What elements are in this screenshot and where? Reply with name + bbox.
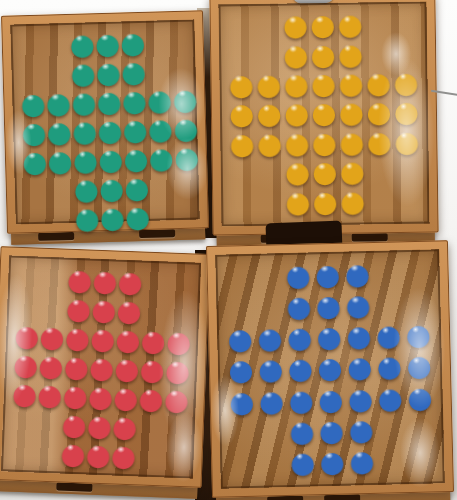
non-playable-cell	[149, 173, 175, 203]
hole: ●	[256, 129, 284, 159]
hole: ●	[316, 415, 346, 447]
peg-blue[interactable]: ●	[227, 325, 253, 355]
peg-yellow[interactable]: ●	[311, 70, 337, 99]
hole: ●	[284, 292, 314, 324]
non-playable-cell	[376, 414, 406, 446]
hole: ●	[337, 40, 365, 70]
hole: ●	[338, 128, 366, 158]
peg-blue[interactable]: ●	[406, 352, 432, 382]
peg-green[interactable]: ●	[99, 203, 125, 233]
board-face: ●●●●●●●●●●●●●●●●●●●●●●●●●●●●●●●●●	[1, 255, 201, 478]
peg-blue[interactable]: ●	[348, 416, 374, 446]
peg-blue[interactable]: ●	[257, 325, 283, 355]
hole: ●	[316, 384, 346, 416]
peg-blue[interactable]: ●	[289, 417, 315, 447]
peg-blue[interactable]: ●	[376, 353, 402, 383]
hole: ●	[283, 99, 311, 129]
non-playable-cell	[23, 177, 49, 207]
peg-red[interactable]: ●	[37, 381, 63, 411]
peg-blue[interactable]: ●	[318, 385, 344, 415]
hole: ●	[284, 323, 314, 355]
peg-red[interactable]: ●	[60, 440, 86, 470]
board-blue: ●●●●●●●●●●●●●●●●●●●●●●●●●●●●●●●●●	[206, 240, 454, 498]
peg-blue[interactable]: ●	[318, 416, 344, 446]
hole: ●	[312, 260, 342, 292]
hole: ●	[287, 447, 317, 479]
peg-yellow[interactable]: ●	[339, 99, 365, 128]
hole: ●	[283, 129, 311, 159]
peg-yellow[interactable]: ●	[393, 69, 419, 98]
non-playable-cell	[392, 39, 420, 69]
hole: ●	[310, 129, 338, 159]
peg-yellow[interactable]: ●	[366, 128, 392, 157]
non-playable-cell	[364, 39, 392, 69]
hole: ●	[110, 441, 136, 471]
hole: ●	[311, 158, 339, 188]
peg-yellow[interactable]: ●	[337, 11, 363, 40]
peg-blue[interactable]: ●	[258, 387, 284, 417]
peg-red[interactable]: ●	[138, 384, 164, 414]
non-playable-cell	[145, 28, 171, 58]
hole: ●	[138, 384, 164, 414]
peg-yellow[interactable]: ●	[338, 40, 364, 69]
non-playable-cell	[405, 413, 435, 445]
non-playable-cell	[150, 202, 176, 232]
peg-blue[interactable]: ●	[287, 355, 313, 385]
hole: ●	[282, 70, 310, 100]
non-playable-cell	[373, 289, 403, 321]
non-playable-cell	[372, 258, 402, 290]
peg-blue[interactable]: ●	[405, 321, 431, 351]
non-playable-cell	[36, 410, 62, 440]
board-frame: ●●●●●●●●●●●●●●●●●●●●●●●●●●●●●●●●●	[1, 10, 209, 234]
hole: ●	[286, 385, 316, 417]
hole: ●	[47, 147, 73, 177]
hole: ●	[336, 10, 364, 40]
hole: ●	[310, 99, 338, 129]
peg-yellow[interactable]: ●	[229, 100, 255, 129]
hole: ●	[314, 322, 344, 354]
peg-yellow[interactable]: ●	[310, 11, 336, 40]
hole: ●	[174, 143, 200, 173]
peg-yellow[interactable]: ●	[257, 130, 283, 159]
hole: ●	[309, 11, 337, 41]
peg-yellow[interactable]: ●	[283, 70, 309, 99]
peg-blue[interactable]: ●	[287, 324, 313, 354]
non-playable-cell	[256, 188, 284, 218]
non-playable-cell	[254, 12, 282, 42]
peg-red[interactable]: ●	[11, 380, 37, 410]
peg-yellow[interactable]: ●	[366, 69, 392, 98]
hole: ●	[228, 100, 256, 130]
peg-blue[interactable]: ●	[316, 323, 342, 353]
board-frame: ●●●●●●●●●●●●●●●●●●●●●●●●●●●●●●●●●	[206, 240, 454, 498]
peg-red[interactable]: ●	[110, 441, 136, 471]
peg-blue[interactable]: ●	[346, 322, 372, 352]
hole: ●	[344, 352, 374, 384]
hole: ●	[345, 383, 375, 415]
hole: ●	[255, 70, 283, 100]
hole: ●	[85, 440, 111, 470]
peg-blue[interactable]: ●	[407, 383, 433, 413]
non-playable-cell	[254, 292, 284, 324]
hole: ●	[338, 158, 366, 188]
hole: ●	[365, 98, 393, 128]
board-green: ●●●●●●●●●●●●●●●●●●●●●●●●●●●●●●●●●	[1, 10, 209, 234]
non-playable-cell	[224, 293, 254, 325]
board-frame: ●●●●●●●●●●●●●●●●●●●●●●●●●●●●●●●●●	[0, 246, 210, 488]
non-playable-cell	[23, 206, 49, 236]
non-playable-cell	[48, 176, 74, 206]
non-playable-cell	[366, 157, 394, 187]
peg-blue[interactable]: ●	[290, 448, 316, 478]
hole: ●	[317, 446, 347, 478]
box-slot	[56, 482, 92, 491]
hole: ●	[375, 383, 405, 415]
non-playable-cell	[391, 10, 419, 40]
non-playable-cell	[49, 205, 75, 235]
hole: ●	[74, 204, 100, 234]
hole: ●	[255, 100, 283, 130]
peg-yellow[interactable]: ●	[312, 129, 338, 158]
hole: ●	[256, 386, 286, 418]
peg-yellow[interactable]: ●	[228, 71, 254, 100]
hole: ●	[343, 290, 373, 322]
peg-yellow[interactable]: ●	[256, 100, 282, 129]
hole: ●	[337, 99, 365, 129]
peg-yellow[interactable]: ●	[338, 70, 364, 99]
peg-green[interactable]: ●	[74, 204, 100, 234]
hole: ●	[311, 187, 339, 217]
non-playable-cell	[257, 417, 287, 449]
hole: ●	[339, 187, 367, 217]
board-frame: ●●●●●●●●●●●●●●●●●●●●●●●●●●●●●●●●●	[209, 0, 438, 236]
non-playable-cell	[394, 186, 422, 216]
non-playable-cell	[18, 32, 44, 62]
peg-blue[interactable]: ●	[285, 262, 311, 292]
non-playable-cell	[223, 262, 253, 294]
hole: ●	[60, 440, 86, 470]
hole: ●	[282, 41, 310, 71]
non-playable-cell	[168, 270, 194, 300]
peg-yellow[interactable]: ●	[339, 158, 365, 187]
hole: ●	[225, 324, 255, 356]
non-playable-cell	[161, 443, 187, 473]
hole: ●	[11, 380, 37, 410]
hole: ●	[255, 323, 285, 355]
peg-yellow[interactable]: ●	[312, 158, 338, 187]
hole: ●	[283, 260, 313, 292]
peg-yellow[interactable]: ●	[310, 40, 336, 69]
peg-red[interactable]: ●	[163, 385, 189, 415]
peg-blue[interactable]: ●	[229, 387, 255, 417]
hole: ●	[37, 381, 63, 411]
peg-yellow[interactable]: ●	[283, 41, 309, 70]
solitaire-grid-green: ●●●●●●●●●●●●●●●●●●●●●●●●●●●●●●●●●	[18, 28, 191, 217]
peg-blue[interactable]: ●	[286, 293, 312, 323]
peg-blue[interactable]: ●	[228, 356, 254, 386]
hole: ●	[337, 69, 365, 99]
hole: ●	[313, 291, 343, 323]
hole: ●	[310, 70, 338, 100]
solitaire-grid-blue: ●●●●●●●●●●●●●●●●●●●●●●●●●●●●●●●●●	[223, 257, 436, 480]
hole: ●	[163, 385, 189, 415]
hole: ●	[403, 320, 433, 352]
hole: ●	[309, 40, 337, 70]
peg-blue[interactable]: ●	[344, 260, 370, 290]
hole: ●	[226, 355, 256, 387]
non-playable-cell	[376, 445, 406, 477]
hole: ●	[255, 355, 285, 387]
board-red: ●●●●●●●●●●●●●●●●●●●●●●●●●●●●●●●●●	[0, 246, 210, 488]
non-playable-cell	[10, 409, 36, 439]
non-playable-cell	[254, 41, 282, 71]
hole: ●	[285, 354, 315, 386]
hole: ●	[344, 321, 374, 353]
hole: ●	[227, 71, 255, 101]
peg-yellow[interactable]: ●	[393, 98, 419, 127]
peg-blue[interactable]: ●	[315, 261, 341, 291]
non-playable-cell	[253, 261, 283, 293]
hole: ●	[393, 127, 421, 157]
peg-green[interactable]: ●	[174, 143, 200, 173]
non-playable-cell	[174, 172, 200, 202]
hole: ●	[315, 353, 345, 385]
hole: ●	[374, 352, 404, 384]
non-playable-cell	[227, 12, 255, 42]
non-playable-cell	[406, 444, 436, 476]
hole: ●	[228, 130, 256, 160]
peg-green[interactable]: ●	[148, 144, 174, 174]
hole: ●	[347, 446, 377, 478]
peg-yellow[interactable]: ●	[285, 159, 311, 188]
board-face: ●●●●●●●●●●●●●●●●●●●●●●●●●●●●●●●●●	[10, 19, 200, 224]
non-playable-cell	[137, 413, 163, 443]
non-playable-cell	[393, 157, 421, 187]
peg-yellow[interactable]: ●	[311, 99, 337, 128]
solitaire-grid-yellow: ●●●●●●●●●●●●●●●●●●●●●●●●●●●●●●●●●	[227, 10, 422, 219]
non-playable-cell	[402, 289, 432, 321]
box-slot	[324, 494, 360, 500]
non-playable-cell	[227, 41, 255, 71]
peg-yellow[interactable]: ●	[256, 71, 282, 100]
hole: ●	[392, 69, 420, 99]
non-playable-cell	[366, 187, 394, 217]
solitaire-grid-red: ●●●●●●●●●●●●●●●●●●●●●●●●●●●●●●●●●	[9, 264, 193, 471]
peg-blue[interactable]: ●	[317, 354, 343, 384]
peg-yellow[interactable]: ●	[284, 129, 310, 158]
non-playable-cell	[142, 269, 168, 299]
hole: ●	[99, 203, 125, 233]
peg-yellow[interactable]: ●	[229, 130, 255, 159]
non-playable-cell	[136, 442, 162, 472]
board-face: ●●●●●●●●●●●●●●●●●●●●●●●●●●●●●●●●●	[215, 249, 445, 488]
peg-yellow[interactable]: ●	[366, 99, 392, 128]
peg-blue[interactable]: ●	[377, 384, 403, 414]
hole: ●	[365, 128, 393, 158]
hole: ●	[392, 98, 420, 128]
non-playable-cell	[162, 414, 188, 444]
peg-yellow[interactable]: ●	[340, 187, 366, 216]
peg-yellow[interactable]: ●	[312, 188, 338, 217]
hole: ●	[22, 148, 48, 178]
hole: ●	[346, 415, 376, 447]
hole: ●	[287, 416, 317, 448]
non-playable-cell	[44, 31, 70, 61]
non-playable-cell	[34, 439, 60, 469]
non-playable-cell	[170, 27, 196, 57]
hole: ●	[373, 320, 403, 352]
peg-yellow[interactable]: ●	[282, 11, 308, 40]
peg-yellow[interactable]: ●	[339, 128, 365, 157]
peg-blue[interactable]: ●	[347, 385, 373, 415]
hole: ●	[342, 259, 372, 291]
hole: ●	[284, 188, 312, 218]
peg-green[interactable]: ●	[125, 203, 151, 233]
photo-stage: ●●●●●●●●●●●●●●●●●●●●●●●●●●●●●●●●● ●●●●●●…	[0, 0, 457, 500]
hole: ●	[125, 203, 151, 233]
non-playable-cell	[229, 159, 257, 189]
non-playable-cell	[256, 159, 284, 189]
board-yellow: ●●●●●●●●●●●●●●●●●●●●●●●●●●●●●●●●●	[209, 0, 438, 236]
peg-yellow[interactable]: ●	[284, 100, 310, 129]
non-playable-cell	[364, 10, 392, 40]
non-playable-cell	[402, 257, 432, 289]
non-playable-cell	[16, 264, 42, 294]
hole: ●	[281, 11, 309, 41]
peg-yellow[interactable]: ●	[394, 128, 420, 157]
peg-red[interactable]: ●	[85, 440, 111, 470]
hole: ●	[365, 69, 393, 99]
peg-blue[interactable]: ●	[376, 322, 402, 352]
peg-blue[interactable]: ●	[319, 448, 345, 478]
peg-blue[interactable]: ●	[349, 447, 375, 477]
peg-blue[interactable]: ●	[347, 353, 373, 383]
board-face: ●●●●●●●●●●●●●●●●●●●●●●●●●●●●●●●●●	[218, 2, 429, 227]
peg-blue[interactable]: ●	[315, 292, 341, 322]
non-playable-cell	[228, 449, 258, 481]
non-playable-cell	[41, 265, 67, 295]
non-playable-cell	[229, 189, 257, 219]
non-playable-cell	[227, 418, 257, 450]
hole: ●	[148, 144, 174, 174]
peg-green[interactable]: ●	[22, 148, 48, 178]
box-slot	[352, 233, 388, 242]
non-playable-cell	[9, 438, 35, 468]
peg-yellow[interactable]: ●	[285, 188, 311, 217]
hole: ●	[404, 351, 434, 383]
hole: ●	[226, 386, 256, 418]
hole: ●	[405, 382, 435, 414]
non-playable-cell	[175, 201, 201, 231]
hole: ●	[283, 158, 311, 188]
peg-green[interactable]: ●	[47, 147, 73, 177]
peg-blue[interactable]: ●	[258, 356, 284, 386]
peg-blue[interactable]: ●	[345, 291, 371, 321]
peg-blue[interactable]: ●	[288, 386, 314, 416]
non-playable-cell	[258, 448, 288, 480]
